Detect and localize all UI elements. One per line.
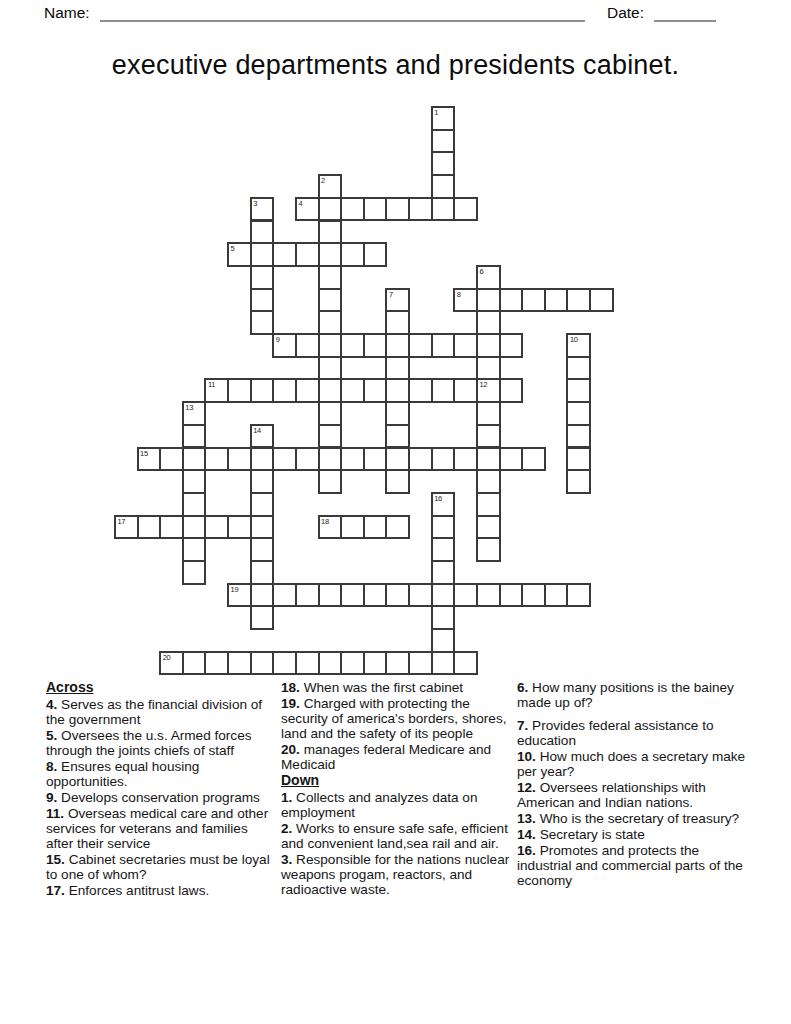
grid-cell-r18c14[interactable] (431, 515, 456, 540)
grid-cell-r15c10[interactable] (340, 447, 365, 472)
cell-number-15: 15 (140, 449, 148, 458)
clue-down-3: 3. Responsible for the nations nuclear w… (281, 852, 510, 897)
cell-number-18: 18 (321, 517, 329, 526)
grid-cell-r22c14[interactable] (431, 605, 456, 630)
clues-column-2: 18. When was the first cabinet19. Charge… (281, 680, 510, 898)
clue-across-18: 18. When was the first cabinet (281, 680, 510, 695)
grid-cell-r0c14[interactable]: 1 (431, 106, 456, 131)
cell-number-8: 8 (457, 290, 461, 299)
grid-cell-r10c9[interactable] (318, 333, 343, 358)
grid-cell-r4c14[interactable] (431, 197, 456, 222)
page-title: executive departments and presidents cab… (0, 50, 791, 81)
clue-down-16: 16. Promotes and protects the industrial… (517, 843, 747, 888)
grid-cell-r19c16[interactable] (476, 537, 501, 562)
clue-across-8: 8. Ensures equal housing opportunities. (46, 759, 272, 789)
grid-cell-r8c18[interactable] (521, 288, 546, 313)
grid-cell-r4c12[interactable] (385, 197, 410, 222)
grid-cell-r18c9[interactable]: 18 (318, 515, 343, 540)
grid-cell-r12c6[interactable] (250, 378, 275, 403)
cell-number-14: 14 (253, 426, 261, 435)
grid-cell-r12c17[interactable] (499, 378, 524, 403)
clue-number: 20. (281, 742, 300, 757)
clue-number: 12. (517, 780, 536, 795)
grid-cell-r21c20[interactable] (566, 583, 591, 608)
clue-number: 9. (46, 790, 57, 805)
grid-cell-r14c20[interactable] (566, 424, 591, 449)
grid-cell-r12c10[interactable] (340, 378, 365, 403)
cell-number-11: 11 (208, 380, 215, 389)
worksheet-page: { "header": { "name_label": "Name:", "da… (0, 0, 791, 1024)
cell-number-3: 3 (253, 199, 257, 208)
grid-cell-r1c14[interactable] (431, 129, 456, 154)
grid-cell-r15c3[interactable] (182, 447, 207, 472)
grid-cell-r18c6[interactable] (250, 515, 275, 540)
grid-cell-r9c12[interactable] (385, 310, 410, 335)
grid-cell-r9c9[interactable] (318, 310, 343, 335)
clue-down-14: 14. Secretary is state (517, 827, 747, 842)
grid-cell-r20c14[interactable] (431, 560, 456, 585)
grid-cell-r2c14[interactable] (431, 151, 456, 176)
cell-number-5: 5 (231, 244, 235, 253)
grid-cell-r4c15[interactable] (453, 197, 478, 222)
grid-cell-r16c16[interactable] (476, 469, 501, 494)
grid-cell-r21c14[interactable] (431, 583, 456, 608)
grid-cell-r6c5[interactable]: 5 (227, 242, 252, 267)
grid-cell-r13c9[interactable] (318, 401, 343, 426)
clue-number: 6. (517, 680, 528, 695)
grid-cell-r24c6[interactable] (250, 651, 275, 676)
grid-cell-r16c3[interactable] (182, 469, 207, 494)
name-blank-line[interactable] (100, 20, 585, 22)
grid-cell-r19c14[interactable] (431, 537, 456, 562)
grid-cell-r3c14[interactable] (431, 174, 456, 199)
cell-number-2: 2 (321, 176, 325, 185)
clue-number: 2. (281, 821, 292, 836)
grid-cell-r21c12[interactable] (385, 583, 410, 608)
grid-cell-r12c20[interactable] (566, 378, 591, 403)
cell-number-20: 20 (163, 653, 171, 662)
grid-cell-r24c3[interactable] (182, 651, 207, 676)
grid-cell-r21c19[interactable] (544, 583, 569, 608)
grid-cell-r10c11[interactable] (363, 333, 388, 358)
grid-cell-r18c0[interactable]: 17 (114, 515, 139, 540)
grid-cell-r11c16[interactable] (476, 356, 501, 381)
grid-cell-r7c9[interactable] (318, 265, 343, 290)
clue-down-10: 10. How much does a secretary make per y… (517, 749, 747, 779)
clue-across-20: 20. manages federal Medicare and Medicai… (281, 742, 510, 772)
grid-cell-r11c20[interactable] (566, 356, 591, 381)
grid-cell-r8c21[interactable] (589, 288, 614, 313)
grid-cell-r4c13[interactable] (408, 197, 433, 222)
clue-number: 11. (46, 806, 64, 821)
crossword-grid: 1234567891011121314151617181920 (114, 106, 614, 676)
grid-cell-r24c11[interactable] (363, 651, 388, 676)
grid-cell-r4c10[interactable] (340, 197, 365, 222)
date-blank-line[interactable] (654, 20, 716, 22)
grid-cell-r21c10[interactable] (340, 583, 365, 608)
clue-across-15: 15. Cabinet secretaries must be loyal to… (46, 852, 272, 882)
grid-cell-r6c11[interactable] (363, 242, 388, 267)
grid-cell-r12c5[interactable] (227, 378, 252, 403)
clues-column-1: Across4. Serves as the financial divisio… (46, 680, 272, 899)
clue-number: 18. (281, 680, 300, 695)
grid-cell-r21c16[interactable] (476, 583, 501, 608)
clue-across-4: 4. Serves as the financial division of t… (46, 697, 272, 727)
clue-across-9: 9. Develops conservation programs (46, 790, 272, 805)
grid-cell-r21c6[interactable] (250, 583, 275, 608)
grid-cell-r18c1[interactable] (137, 515, 162, 540)
grid-cell-r15c11[interactable] (363, 447, 388, 472)
grid-cell-r5c9[interactable] (318, 220, 343, 245)
grid-cell-r16c6[interactable] (250, 469, 275, 494)
grid-cell-r12c9[interactable] (318, 378, 343, 403)
grid-cell-r12c11[interactable] (363, 378, 388, 403)
clue-number: 1. (281, 790, 292, 805)
cell-number-13: 13 (185, 403, 193, 412)
clue-number: 13. (517, 811, 536, 826)
grid-cell-r24c10[interactable] (340, 651, 365, 676)
clues-column-3: 6. How many positions is the bainey made… (517, 680, 747, 889)
grid-cell-r15c6[interactable] (250, 447, 275, 472)
cell-number-1: 1 (434, 108, 438, 117)
cell-number-16: 16 (434, 494, 442, 503)
grid-cell-r10c7[interactable]: 9 (272, 333, 297, 358)
grid-cell-r23c14[interactable] (431, 628, 456, 653)
grid-cell-r15c8[interactable] (295, 447, 320, 472)
grid-cell-r10c10[interactable] (340, 333, 365, 358)
across-heading: Across (46, 680, 272, 695)
grid-cell-r16c20[interactable] (566, 469, 591, 494)
grid-cell-r15c9[interactable] (318, 447, 343, 472)
clue-down-6: 6. How many positions is the bainey made… (517, 680, 747, 710)
grid-cell-r4c6[interactable]: 3 (250, 197, 275, 222)
grid-cell-r19c3[interactable] (182, 537, 207, 562)
cell-number-9: 9 (276, 335, 280, 344)
grid-cell-r14c9[interactable] (318, 424, 343, 449)
grid-cell-r17c3[interactable] (182, 492, 207, 517)
clue-number: 10. (517, 749, 536, 764)
grid-cell-r8c12[interactable]: 7 (385, 288, 410, 313)
grid-cell-r21c17[interactable] (499, 583, 524, 608)
grid-cell-r20c3[interactable] (182, 560, 207, 585)
grid-cell-r15c18[interactable] (521, 447, 546, 472)
cell-number-7: 7 (389, 290, 393, 299)
clue-down-2: 2. Works to ensure safe safe, efficient … (281, 821, 510, 851)
clue-across-11: 11. Overseas medical care and other serv… (46, 806, 272, 851)
clue-down-1: 1. Collects and analyzes data on employm… (281, 790, 510, 820)
grid-cell-r4c9[interactable] (318, 197, 343, 222)
grid-cell-r18c11[interactable] (363, 515, 388, 540)
grid-cell-r13c16[interactable] (476, 401, 501, 426)
grid-cell-r15c1[interactable]: 15 (137, 447, 162, 472)
clue-number: 16. (517, 843, 536, 858)
cell-number-19: 19 (231, 585, 239, 594)
grid-cell-r15c4[interactable] (204, 447, 229, 472)
grid-cell-r12c13[interactable] (408, 378, 433, 403)
clue-across-17: 17. Enforces antitrust laws. (46, 883, 272, 898)
grid-cell-r12c12[interactable] (385, 378, 410, 403)
grid-cell-r4c11[interactable] (363, 197, 388, 222)
grid-cell-r19c6[interactable] (250, 537, 275, 562)
grid-cell-r11c12[interactable] (385, 356, 410, 381)
grid-cell-r13c20[interactable] (566, 401, 591, 426)
grid-cell-r10c12[interactable] (385, 333, 410, 358)
grid-cell-r21c7[interactable] (272, 583, 297, 608)
grid-cell-r8c19[interactable] (544, 288, 569, 313)
grid-cell-r10c14[interactable] (431, 333, 456, 358)
grid-cell-r15c15[interactable] (453, 447, 478, 472)
grid-cell-r8c15[interactable]: 8 (453, 288, 478, 313)
grid-cell-r17c16[interactable] (476, 492, 501, 517)
grid-cell-r18c2[interactable] (159, 515, 184, 540)
clue-down-12: 12. Oversees relationships with American… (517, 780, 747, 810)
grid-cell-r15c14[interactable] (431, 447, 456, 472)
grid-cell-r12c4[interactable]: 11 (204, 378, 229, 403)
grid-cell-r24c7[interactable] (272, 651, 297, 676)
grid-cell-r7c16[interactable]: 6 (476, 265, 501, 290)
clue-across-5: 5. Oversees the u.s. Armed forces throug… (46, 728, 272, 758)
grid-cell-r21c8[interactable] (295, 583, 320, 608)
grid-cell-r5c6[interactable] (250, 220, 275, 245)
grid-cell-r24c12[interactable] (385, 651, 410, 676)
clue-number: 19. (281, 696, 300, 711)
cell-number-4: 4 (298, 199, 302, 208)
grid-cell-r10c13[interactable] (408, 333, 433, 358)
grid-cell-r10c20[interactable]: 10 (566, 333, 591, 358)
cell-number-17: 17 (118, 517, 126, 526)
grid-cell-r21c9[interactable] (318, 583, 343, 608)
grid-cell-r15c17[interactable] (499, 447, 524, 472)
clue-down-13: 13. Who is the secretary of treasury? (517, 811, 747, 826)
grid-cell-r6c10[interactable] (340, 242, 365, 267)
grid-cell-r16c12[interactable] (385, 469, 410, 494)
grid-cell-r15c20[interactable] (566, 447, 591, 472)
grid-cell-r18c3[interactable] (182, 515, 207, 540)
date-label: Date: (607, 4, 644, 22)
grid-cell-r14c6[interactable]: 14 (250, 424, 275, 449)
grid-cell-r9c16[interactable] (476, 310, 501, 335)
grid-cell-r24c8[interactable] (295, 651, 320, 676)
grid-cell-r6c6[interactable] (250, 242, 275, 267)
grid-cell-r12c7[interactable] (272, 378, 297, 403)
grid-cell-r11c9[interactable] (318, 356, 343, 381)
grid-cell-r15c12[interactable] (385, 447, 410, 472)
grid-cell-r15c2[interactable] (159, 447, 184, 472)
name-label: Name: (44, 4, 90, 22)
grid-cell-r10c17[interactable] (499, 333, 524, 358)
grid-cell-r24c2[interactable]: 20 (159, 651, 184, 676)
grid-cell-r24c15[interactable] (453, 651, 478, 676)
grid-cell-r15c5[interactable] (227, 447, 252, 472)
clue-number: 8. (46, 759, 57, 774)
cell-number-12: 12 (479, 380, 487, 389)
grid-cell-r16c9[interactable] (318, 469, 343, 494)
grid-cell-r24c5[interactable] (227, 651, 252, 676)
cell-number-6: 6 (479, 267, 483, 276)
grid-cell-r14c3[interactable] (182, 424, 207, 449)
grid-cell-r17c14[interactable]: 16 (431, 492, 456, 517)
grid-cell-r14c16[interactable] (476, 424, 501, 449)
grid-cell-r21c15[interactable] (453, 583, 478, 608)
clue-number: 14. (517, 827, 536, 842)
grid-cell-r6c7[interactable] (272, 242, 297, 267)
grid-cell-r8c9[interactable] (318, 288, 343, 313)
grid-cell-r10c16[interactable] (476, 333, 501, 358)
grid-cell-r15c16[interactable] (476, 447, 501, 472)
grid-cell-r18c16[interactable] (476, 515, 501, 540)
grid-cell-r4c8[interactable]: 4 (295, 197, 320, 222)
grid-cell-r24c13[interactable] (408, 651, 433, 676)
grid-cell-r8c16[interactable] (476, 288, 501, 313)
grid-cell-r21c5[interactable]: 19 (227, 583, 252, 608)
grid-cell-r18c12[interactable] (385, 515, 410, 540)
grid-cell-r12c14[interactable] (431, 378, 456, 403)
clue-number: 17. (46, 883, 65, 898)
grid-cell-r13c3[interactable]: 13 (182, 401, 207, 426)
clue-across-19: 19. Charged with protecting the security… (281, 696, 510, 741)
grid-cell-r18c5[interactable] (227, 515, 252, 540)
grid-cell-r22c6[interactable] (250, 605, 275, 630)
grid-cell-r10c15[interactable] (453, 333, 478, 358)
grid-cell-r10c8[interactable] (295, 333, 320, 358)
grid-cell-r24c4[interactable] (204, 651, 229, 676)
clue-down-7: 7. Provides federal assistance to educat… (517, 718, 747, 748)
grid-cell-r8c20[interactable] (566, 288, 591, 313)
grid-cell-r6c8[interactable] (295, 242, 320, 267)
grid-cell-r21c18[interactable] (521, 583, 546, 608)
clue-number: 5. (46, 728, 57, 743)
grid-cell-r15c7[interactable] (272, 447, 297, 472)
grid-cell-r14c12[interactable] (385, 424, 410, 449)
grid-cell-r13c12[interactable] (385, 401, 410, 426)
grid-cell-r17c6[interactable] (250, 492, 275, 517)
down-heading: Down (281, 773, 510, 788)
grid-cell-r15c13[interactable] (408, 447, 433, 472)
grid-cell-r12c15[interactable] (453, 378, 478, 403)
grid-cell-r7c6[interactable] (250, 265, 275, 290)
grid-cell-r12c8[interactable] (295, 378, 320, 403)
grid-cell-r3c9[interactable]: 2 (318, 174, 343, 199)
grid-cell-r24c14[interactable] (431, 651, 456, 676)
grid-cell-r9c6[interactable] (250, 310, 275, 335)
grid-cell-r18c4[interactable] (204, 515, 229, 540)
grid-cell-r12c16[interactable]: 12 (476, 378, 501, 403)
grid-cell-r18c10[interactable] (340, 515, 365, 540)
grid-cell-r8c17[interactable] (499, 288, 524, 313)
grid-cell-r20c6[interactable] (250, 560, 275, 585)
clue-number: 7. (517, 718, 528, 733)
grid-cell-r21c11[interactable] (363, 583, 388, 608)
clue-number: 15. (46, 852, 65, 867)
grid-cell-r8c6[interactable] (250, 288, 275, 313)
clue-number: 3. (281, 852, 292, 867)
grid-cell-r6c9[interactable] (318, 242, 343, 267)
grid-cell-r24c9[interactable] (318, 651, 343, 676)
clue-number: 4. (46, 697, 57, 712)
grid-cell-r21c13[interactable] (408, 583, 433, 608)
cell-number-10: 10 (570, 335, 578, 344)
